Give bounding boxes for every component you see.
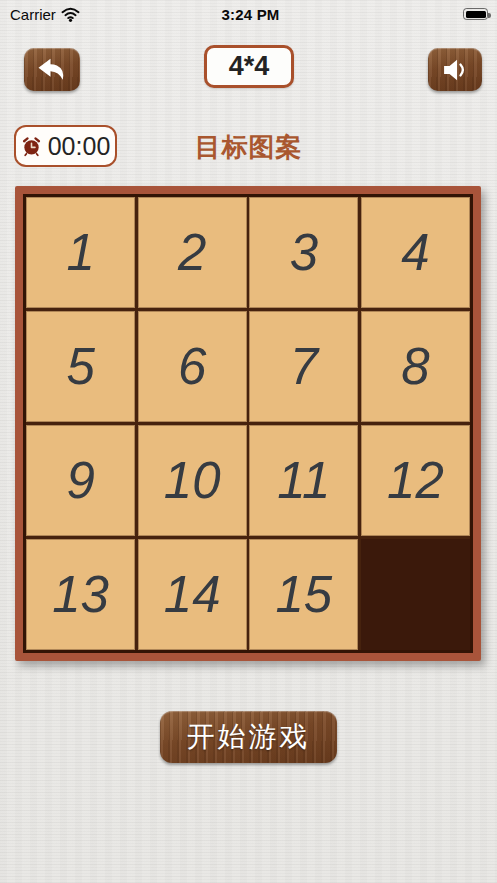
app-screen: Carrier 3:24 PM 4*4 — [0, 0, 497, 883]
wifi-icon — [61, 7, 80, 22]
tile-13[interactable]: 13 — [26, 539, 135, 650]
tile-14[interactable]: 14 — [138, 539, 247, 650]
start-game-button[interactable]: 开始游戏 — [160, 711, 337, 763]
back-arrow-icon — [34, 55, 70, 85]
tile-4[interactable]: 4 — [361, 197, 470, 308]
page-title: 目标图案 — [0, 130, 497, 165]
back-button[interactable] — [24, 48, 80, 91]
tile-11[interactable]: 11 — [249, 425, 358, 536]
speaker-icon — [440, 56, 470, 84]
empty-cell — [361, 539, 470, 650]
tile-12[interactable]: 12 — [361, 425, 470, 536]
tile-3[interactable]: 3 — [249, 197, 358, 308]
clock-time: 3:24 PM — [170, 6, 331, 23]
tile-9[interactable]: 9 — [26, 425, 135, 536]
tile-1[interactable]: 1 — [26, 197, 135, 308]
sound-button[interactable] — [428, 48, 482, 91]
carrier-label: Carrier — [10, 6, 56, 23]
status-right — [331, 8, 491, 20]
battery-level — [466, 11, 486, 18]
start-game-label: 开始游戏 — [187, 718, 311, 756]
battery-nub — [488, 13, 490, 18]
battery-icon — [463, 8, 488, 20]
tile-8[interactable]: 8 — [361, 311, 470, 422]
tile-7[interactable]: 7 — [249, 311, 358, 422]
puzzle-board: 123456789101112131415 — [23, 194, 473, 653]
status-bar: Carrier 3:24 PM — [0, 0, 497, 28]
tile-5[interactable]: 5 — [26, 311, 135, 422]
status-left: Carrier — [10, 6, 170, 23]
tile-10[interactable]: 10 — [138, 425, 247, 536]
tile-6[interactable]: 6 — [138, 311, 247, 422]
tile-2[interactable]: 2 — [138, 197, 247, 308]
tile-15[interactable]: 15 — [249, 539, 358, 650]
board-frame: 123456789101112131415 — [15, 186, 481, 661]
board-size-badge[interactable]: 4*4 — [204, 45, 294, 88]
board-size-label: 4*4 — [229, 51, 270, 82]
